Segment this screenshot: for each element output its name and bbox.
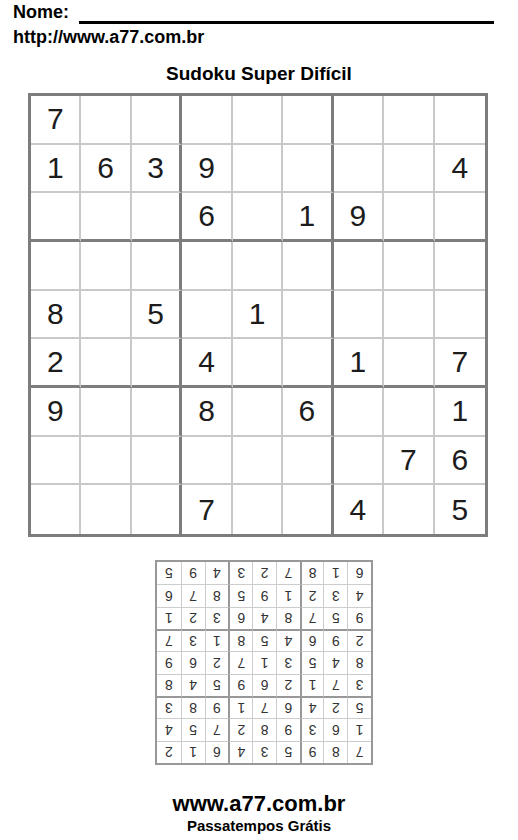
solution-cell-r2c8: 5 [181,718,205,740]
solution-cell-r2c2: 6 [323,718,347,740]
solution-cell-r2c4: 9 [276,718,300,740]
puzzle-cell-r6c8 [384,339,434,388]
puzzle-cell-r2c2: 6 [81,145,131,194]
puzzle-cell-r4c6 [283,242,333,291]
solution-cell-r7c2: 5 [323,607,347,629]
solution-cell-r4c7: 5 [205,674,229,696]
puzzle-cell-r5c2 [81,291,131,340]
puzzle-cell-r6c5 [233,339,283,388]
puzzle-cell-r9c1 [31,485,81,534]
solution-cell-r8c1: 4 [347,584,371,606]
puzzle-cell-r9c9: 5 [435,485,485,534]
puzzle-cell-r7c1: 9 [31,388,81,437]
puzzle-cell-r5c4 [182,291,232,340]
solution-cell-r8c7: 8 [205,584,229,606]
solution-cell-r5c2: 4 [323,651,347,673]
site-url-text: http://www.a77.com.br [13,27,204,48]
puzzle-cell-r1c6 [283,96,333,145]
puzzle-cell-r4c5 [233,242,283,291]
solution-cell-r4c2: 7 [323,674,347,696]
puzzle-cell-r7c7 [334,388,384,437]
solution-cell-r2c6: 2 [228,718,252,740]
solution-cell-r7c9: 1 [157,607,181,629]
puzzle-cell-r9c2 [81,485,131,534]
puzzle-cell-r2c7 [334,145,384,194]
solution-cell-r1c6: 4 [228,741,252,763]
puzzle-cell-r5c5: 1 [233,291,283,340]
solution-cell-r5c5: 1 [252,651,276,673]
solution-board: 7895346121639827545246719833712695488453… [155,560,373,765]
solution-cell-r4c6: 9 [228,674,252,696]
solution-cell-r4c9: 8 [157,674,181,696]
puzzle-cell-r1c9 [435,96,485,145]
solution-cell-r6c4: 4 [276,629,300,651]
page-title: Sudoku Super Difícil [0,63,518,85]
solution-cell-r9c9: 5 [157,562,181,584]
solution-cell-r1c8: 1 [181,741,205,763]
puzzle-cell-r6c7: 1 [334,339,384,388]
solution-cell-r8c5: 9 [252,584,276,606]
puzzle-cell-r4c8 [384,242,434,291]
solution-cell-r9c2: 1 [323,562,347,584]
solution-cell-r2c3: 3 [300,718,324,740]
solution-cell-r1c2: 8 [323,741,347,763]
puzzle-cell-r3c5 [233,193,283,242]
solution-cell-r4c5: 6 [252,674,276,696]
solution-cell-r7c6: 6 [228,607,252,629]
solution-cell-r6c1: 2 [347,629,371,651]
solution-cell-r8c8: 7 [181,584,205,606]
name-fill-in-line [79,21,494,24]
puzzle-cell-r6c4: 4 [182,339,232,388]
solution-cell-r2c9: 4 [157,718,181,740]
solution-cell-r3c7: 9 [205,696,229,718]
puzzle-cell-r1c3 [132,96,182,145]
solution-cell-r8c6: 5 [228,584,252,606]
puzzle-cell-r8c4 [182,437,232,486]
puzzle-cell-r7c5 [233,388,283,437]
puzzle-cell-r8c9: 6 [435,437,485,486]
solution-cell-r8c9: 6 [157,584,181,606]
puzzle-cell-r4c4 [182,242,232,291]
puzzle-cell-r9c3 [132,485,182,534]
puzzle-cell-r3c8 [384,193,434,242]
puzzle-cell-r4c3 [132,242,182,291]
solution-cell-r7c5: 4 [252,607,276,629]
puzzle-board: 7163946198512417986176745 [28,93,488,537]
solution-cell-r3c5: 7 [252,696,276,718]
solution-cell-r9c7: 4 [205,562,229,584]
puzzle-cell-r7c2 [81,388,131,437]
solution-cell-r8c3: 2 [300,584,324,606]
puzzle-cell-r1c2 [81,96,131,145]
puzzle-cell-r4c2 [81,242,131,291]
solution-cell-r1c7: 6 [205,741,229,763]
solution-cell-r5c3: 5 [300,651,324,673]
puzzle-cell-r9c6 [283,485,333,534]
solution-cell-r7c7: 3 [205,607,229,629]
solution-cell-r6c8: 3 [181,629,205,651]
puzzle-cell-r7c6: 6 [283,388,333,437]
solution-cell-r7c4: 8 [276,607,300,629]
solution-cell-r9c3: 8 [300,562,324,584]
puzzle-cell-r2c3: 3 [132,145,182,194]
puzzle-cell-r6c1: 2 [31,339,81,388]
puzzle-cell-r8c2 [81,437,131,486]
solution-cell-r3c2: 2 [323,696,347,718]
solution-cell-r4c4: 2 [276,674,300,696]
puzzle-cell-r1c7 [334,96,384,145]
puzzle-cell-r5c9 [435,291,485,340]
puzzle-cell-r3c4: 6 [182,193,232,242]
solution-cell-r6c5: 5 [252,629,276,651]
puzzle-cell-r5c8 [384,291,434,340]
puzzle-cell-r1c1: 7 [31,96,81,145]
solution-cell-r9c6: 3 [228,562,252,584]
puzzle-cell-r8c3 [132,437,182,486]
solution-cell-r6c2: 9 [323,629,347,651]
puzzle-cell-r3c1 [31,193,81,242]
puzzle-cell-r8c7 [334,437,384,486]
puzzle-cell-r7c4: 8 [182,388,232,437]
solution-cell-r5c4: 3 [276,651,300,673]
puzzle-cell-r2c8 [384,145,434,194]
puzzle-cell-r4c7 [334,242,384,291]
puzzle-cell-r3c3 [132,193,182,242]
solution-cell-r6c7: 1 [205,629,229,651]
solution-cell-r1c1: 7 [347,741,371,763]
puzzle-cell-r7c3 [132,388,182,437]
puzzle-cell-r1c4 [182,96,232,145]
name-label: Nome: [13,2,69,23]
solution-cell-r5c8: 6 [181,651,205,673]
puzzle-cell-r9c8 [384,485,434,534]
puzzle-cell-r6c3 [132,339,182,388]
solution-cell-r1c3: 9 [300,741,324,763]
solution-cell-r5c7: 2 [205,651,229,673]
solution-cell-r3c4: 6 [276,696,300,718]
puzzle-cell-r6c6 [283,339,333,388]
puzzle-cell-r5c1: 8 [31,291,81,340]
solution-cell-r9c5: 2 [252,562,276,584]
puzzle-cell-r3c9 [435,193,485,242]
puzzle-cell-r8c8: 7 [384,437,434,486]
puzzle-cell-r3c2 [81,193,131,242]
solution-cell-r7c8: 2 [181,607,205,629]
solution-cell-r2c7: 7 [205,718,229,740]
solution-cell-r4c8: 4 [181,674,205,696]
puzzle-cell-r2c5 [233,145,283,194]
solution-cell-r8c2: 3 [323,584,347,606]
solution-cell-r9c8: 9 [181,562,205,584]
footer-site-url: www.a77.com.br [0,791,518,817]
solution-cell-r9c4: 7 [276,562,300,584]
puzzle-cell-r7c9: 1 [435,388,485,437]
puzzle-cell-r2c1: 1 [31,145,81,194]
footer-tagline: Passatempos Grátis [0,817,518,834]
solution-cell-r6c9: 7 [157,629,181,651]
puzzle-cell-r9c4: 7 [182,485,232,534]
puzzle-cell-r4c1 [31,242,81,291]
puzzle-cell-r8c5 [233,437,283,486]
puzzle-cell-r8c6 [283,437,333,486]
puzzle-cell-r5c3: 5 [132,291,182,340]
puzzle-cell-r9c7: 4 [334,485,384,534]
solution-cell-r3c3: 4 [300,696,324,718]
solution-cell-r2c1: 1 [347,718,371,740]
puzzle-cell-r4c9 [435,242,485,291]
solution-cell-r5c6: 7 [228,651,252,673]
solution-cell-r3c1: 5 [347,696,371,718]
solution-cell-r9c1: 6 [347,562,371,584]
solution-cell-r4c1: 3 [347,674,371,696]
solution-cell-r5c1: 8 [347,651,371,673]
solution-cell-r3c9: 3 [157,696,181,718]
puzzle-cell-r2c9: 4 [435,145,485,194]
solution-cell-r1c9: 2 [157,741,181,763]
solution-cell-r7c1: 9 [347,607,371,629]
puzzle-cell-r6c2 [81,339,131,388]
puzzle-cell-r5c6 [283,291,333,340]
solution-cell-r6c3: 6 [300,629,324,651]
puzzle-cell-r2c6 [283,145,333,194]
solution-cell-r4c3: 1 [300,674,324,696]
solution-cell-r8c4: 1 [276,584,300,606]
puzzle-cell-r5c7 [334,291,384,340]
solution-cell-r2c5: 8 [252,718,276,740]
solution-cell-r1c4: 5 [276,741,300,763]
puzzle-cell-r1c8 [384,96,434,145]
solution-cell-r1c5: 3 [252,741,276,763]
puzzle-cell-r9c5 [233,485,283,534]
solution-cell-r3c8: 8 [181,696,205,718]
solution-cell-r7c3: 7 [300,607,324,629]
solution-cell-r5c9: 9 [157,651,181,673]
puzzle-cell-r3c6: 1 [283,193,333,242]
solution-cell-r3c6: 1 [228,696,252,718]
puzzle-cell-r1c5 [233,96,283,145]
puzzle-cell-r8c1 [31,437,81,486]
puzzle-cell-r2c4: 9 [182,145,232,194]
puzzle-cell-r6c9: 7 [435,339,485,388]
solution-cell-r6c6: 8 [228,629,252,651]
puzzle-cell-r7c8 [384,388,434,437]
puzzle-cell-r3c7: 9 [334,193,384,242]
